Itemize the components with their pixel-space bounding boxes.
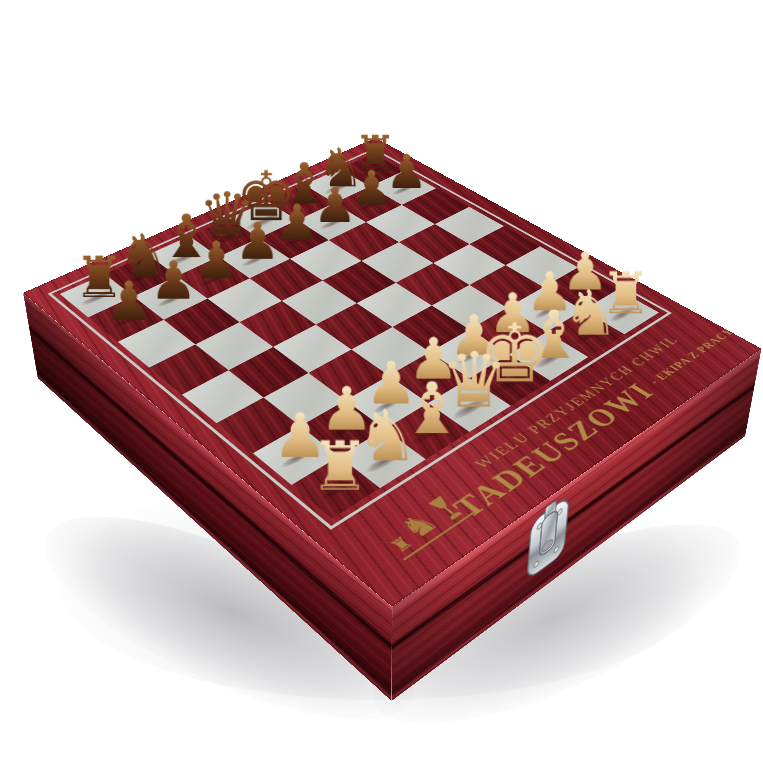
photo-stage: ♜♞♝♛♚♝♞♜♟♟♟♟♟♟♟♟♟♟♟♟♟♟♟♟♜♞♝♛♚♝♞♜ ♜ ♞ WIE…: [0, 0, 763, 763]
scene: ♜♞♝♛♚♝♞♜♟♟♟♟♟♟♟♟♟♟♟♟♟♟♟♟♜♞♝♛♚♝♞♜ ♜ ♞ WIE…: [0, 0, 763, 763]
box-lid-top: ♜♞♝♛♚♝♞♜♟♟♟♟♟♟♟♟♟♟♟♟♟♟♟♟♜♞♝♛♚♝♞♜ ♜ ♞ WIE…: [23, 137, 761, 606]
rook-icon: ♜: [385, 532, 416, 555]
chess-gift-box: ♜♞♝♛♚♝♞♜♟♟♟♟♟♟♟♟♟♟♟♟♟♟♟♟♜♞♝♛♚♝♞♜ ♜ ♞ WIE…: [23, 137, 761, 606]
engraved-logo: ♜ ♞: [373, 489, 474, 560]
